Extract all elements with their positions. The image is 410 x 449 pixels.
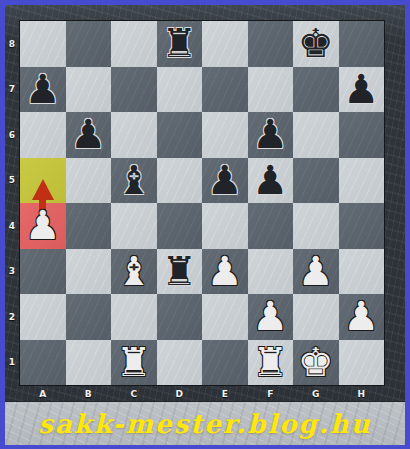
square-g2[interactable] <box>293 294 339 340</box>
file-label-d: D <box>157 386 203 402</box>
square-c2[interactable] <box>111 294 157 340</box>
square-f3[interactable] <box>248 249 294 295</box>
rank-label-7: 7 <box>5 67 19 113</box>
square-a2[interactable] <box>20 294 66 340</box>
black-pawn[interactable]: ♟ <box>339 67 385 113</box>
square-h5[interactable] <box>339 158 385 204</box>
square-g7[interactable] <box>293 67 339 113</box>
square-f8[interactable] <box>248 21 294 67</box>
square-d7[interactable] <box>157 67 203 113</box>
square-d3[interactable]: ♜ <box>157 249 203 295</box>
file-label-e: E <box>202 386 248 402</box>
square-g3[interactable]: ♟ <box>293 249 339 295</box>
square-e8[interactable] <box>202 21 248 67</box>
white-rook[interactable]: ♜ <box>248 340 294 386</box>
square-h6[interactable] <box>339 112 385 158</box>
square-a4[interactable]: ♟ <box>20 203 66 249</box>
square-f1[interactable]: ♜ <box>248 340 294 386</box>
square-a8[interactable] <box>20 21 66 67</box>
rank-label-6: 6 <box>5 112 19 158</box>
square-a7[interactable]: ♟ <box>20 67 66 113</box>
square-d8[interactable]: ♜ <box>157 21 203 67</box>
square-e4[interactable] <box>202 203 248 249</box>
file-label-h: H <box>339 386 385 402</box>
black-rook[interactable]: ♜ <box>157 249 203 295</box>
black-pawn[interactable]: ♟ <box>66 112 112 158</box>
square-b6[interactable]: ♟ <box>66 112 112 158</box>
square-h8[interactable] <box>339 21 385 67</box>
rank-label-1: 1 <box>5 340 19 386</box>
square-e7[interactable] <box>202 67 248 113</box>
square-f2[interactable]: ♟ <box>248 294 294 340</box>
board-frame: 87654321 ♜♚♟♟♟♟♝♟♟♟♝♜♟♟♟♟♜♜♚ ABCDEFGH sa… <box>5 5 405 444</box>
footer-banner: sakk-mester.blog.hu <box>5 401 405 445</box>
black-king[interactable]: ♚ <box>293 21 339 67</box>
square-e6[interactable] <box>202 112 248 158</box>
chess-board: ♜♚♟♟♟♟♝♟♟♟♝♜♟♟♟♟♜♜♚ <box>19 20 385 386</box>
file-label-b: B <box>66 386 112 402</box>
white-pawn[interactable]: ♟ <box>202 249 248 295</box>
square-f6[interactable]: ♟ <box>248 112 294 158</box>
white-pawn[interactable]: ♟ <box>20 203 66 249</box>
square-d4[interactable] <box>157 203 203 249</box>
square-c7[interactable] <box>111 67 157 113</box>
square-h4[interactable] <box>339 203 385 249</box>
file-coordinates: ABCDEFGH <box>20 386 384 402</box>
square-d2[interactable] <box>157 294 203 340</box>
white-pawn[interactable]: ♟ <box>339 294 385 340</box>
rank-label-5: 5 <box>5 158 19 204</box>
rank-label-2: 2 <box>5 294 19 340</box>
square-h2[interactable]: ♟ <box>339 294 385 340</box>
white-king[interactable]: ♚ <box>293 340 339 386</box>
file-label-c: C <box>111 386 157 402</box>
square-d6[interactable] <box>157 112 203 158</box>
square-b8[interactable] <box>66 21 112 67</box>
black-bishop[interactable]: ♝ <box>111 158 157 204</box>
square-h1[interactable] <box>339 340 385 386</box>
square-a6[interactable] <box>20 112 66 158</box>
square-c1[interactable]: ♜ <box>111 340 157 386</box>
rank-label-4: 4 <box>5 203 19 249</box>
square-b1[interactable] <box>66 340 112 386</box>
rank-coordinates: 87654321 <box>5 21 19 385</box>
square-d1[interactable] <box>157 340 203 386</box>
rank-label-3: 3 <box>5 249 19 295</box>
square-a3[interactable] <box>20 249 66 295</box>
square-c3[interactable]: ♝ <box>111 249 157 295</box>
square-d5[interactable] <box>157 158 203 204</box>
square-g8[interactable]: ♚ <box>293 21 339 67</box>
square-e1[interactable] <box>202 340 248 386</box>
white-pawn[interactable]: ♟ <box>248 294 294 340</box>
file-label-a: A <box>20 386 66 402</box>
square-e3[interactable]: ♟ <box>202 249 248 295</box>
square-c5[interactable]: ♝ <box>111 158 157 204</box>
square-b3[interactable] <box>66 249 112 295</box>
square-h7[interactable]: ♟ <box>339 67 385 113</box>
white-rook[interactable]: ♜ <box>111 340 157 386</box>
black-pawn[interactable]: ♟ <box>248 158 294 204</box>
black-rook[interactable]: ♜ <box>157 21 203 67</box>
white-bishop[interactable]: ♝ <box>111 249 157 295</box>
square-f7[interactable] <box>248 67 294 113</box>
white-pawn[interactable]: ♟ <box>293 249 339 295</box>
square-a1[interactable] <box>20 340 66 386</box>
file-label-f: F <box>248 386 294 402</box>
square-b4[interactable] <box>66 203 112 249</box>
square-c6[interactable] <box>111 112 157 158</box>
file-label-g: G <box>293 386 339 402</box>
square-g4[interactable] <box>293 203 339 249</box>
square-f4[interactable] <box>248 203 294 249</box>
square-g5[interactable] <box>293 158 339 204</box>
black-pawn[interactable]: ♟ <box>202 158 248 204</box>
square-c4[interactable] <box>111 203 157 249</box>
site-watermark: sakk-mester.blog.hu <box>38 409 371 439</box>
move-arrow-head <box>32 179 54 200</box>
square-h3[interactable] <box>339 249 385 295</box>
black-pawn[interactable]: ♟ <box>248 112 294 158</box>
square-b7[interactable] <box>66 67 112 113</box>
square-g1[interactable]: ♚ <box>293 340 339 386</box>
black-pawn[interactable]: ♟ <box>20 67 66 113</box>
chess-diagram: 87654321 ♜♚♟♟♟♟♝♟♟♟♝♜♟♟♟♟♜♜♚ ABCDEFGH sa… <box>0 0 410 449</box>
square-g6[interactable] <box>293 112 339 158</box>
rank-label-8: 8 <box>5 21 19 67</box>
square-b2[interactable] <box>66 294 112 340</box>
square-e2[interactable] <box>202 294 248 340</box>
square-e5[interactable]: ♟ <box>202 158 248 204</box>
square-f5[interactable]: ♟ <box>248 158 294 204</box>
square-b5[interactable] <box>66 158 112 204</box>
square-c8[interactable] <box>111 21 157 67</box>
